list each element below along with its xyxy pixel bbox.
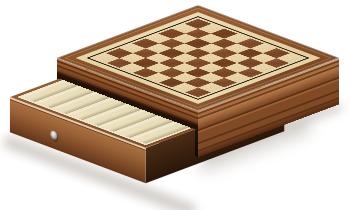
drawer-knob-icon	[51, 130, 57, 141]
chess-case-photo	[0, 0, 350, 210]
